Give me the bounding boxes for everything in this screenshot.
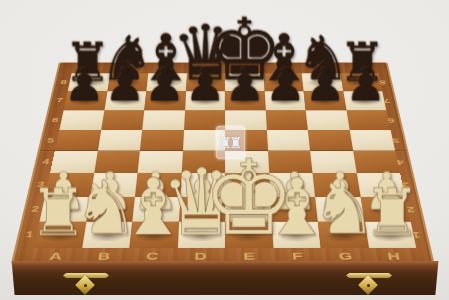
square-e7[interactable]: ♟ <box>225 91 265 110</box>
black-pawn[interactable]: ♟ <box>185 61 226 106</box>
black-pawn[interactable]: ♟ <box>305 61 346 106</box>
square-h7[interactable]: ♟ <box>343 91 386 110</box>
square-a7[interactable]: ♟ <box>64 91 107 110</box>
square-f6[interactable] <box>265 110 308 130</box>
black-pawn[interactable]: ♟ <box>345 61 386 106</box>
square-e1[interactable]: ♚ <box>225 222 273 248</box>
board-grid: ♜♞♝♛♚♝♞♜♟♟♟♟♟♟♟♟♟♟♟♟♟♟♟♟♜♞♝♛♚♝♞♜ <box>34 73 416 248</box>
square-c6[interactable] <box>142 110 184 130</box>
watermark-pieces-icon: ♜♜ <box>219 134 243 152</box>
board-frame: ♜♞♝♛♚♝♞♜♟♟♟♟♟♟♟♟♟♟♟♟♟♟♟♟♜♞♝♛♚♝♞♜ 8765432… <box>11 62 434 263</box>
rank-label-right-6: 6 <box>382 110 401 130</box>
file-label-h: H <box>369 249 420 263</box>
photo-scene: ♜♞♝♛♚♝♞♜♟♟♟♟♟♟♟♟♟♟♟♟♟♟♟♟♜♞♝♛♚♝♞♜ 8765432… <box>0 0 449 300</box>
file-label-e: E <box>225 249 274 263</box>
square-a6[interactable] <box>59 110 104 130</box>
watermark-logo: ♜♜ <box>216 126 245 159</box>
file-label-b: B <box>79 249 129 263</box>
black-pawn[interactable]: ♟ <box>225 61 266 106</box>
file-label-f: F <box>273 249 322 263</box>
square-g5[interactable] <box>308 130 353 151</box>
square-g6[interactable] <box>306 110 350 130</box>
box-front-side <box>9 261 441 295</box>
white-king[interactable]: ♚ <box>203 147 296 251</box>
black-pawn[interactable]: ♟ <box>265 61 306 106</box>
black-pawn[interactable]: ♟ <box>64 61 105 106</box>
latch-hole-icon <box>367 284 370 287</box>
square-f7[interactable]: ♟ <box>264 91 305 110</box>
square-g7[interactable]: ♟ <box>304 91 346 110</box>
brass-latch-right <box>346 273 392 295</box>
brass-latch-left <box>63 273 109 295</box>
square-b7[interactable]: ♟ <box>104 91 146 110</box>
square-b5[interactable] <box>97 130 142 151</box>
square-d7[interactable]: ♟ <box>185 91 225 110</box>
latch-hole-icon <box>84 284 87 287</box>
chess-board: ♜♞♝♛♚♝♞♜♟♟♟♟♟♟♟♟♟♟♟♟♟♟♟♟♜♞♝♛♚♝♞♜ 8765432… <box>11 62 434 263</box>
file-label-c: C <box>128 249 177 263</box>
square-c7[interactable]: ♟ <box>144 91 185 110</box>
black-pawn[interactable]: ♟ <box>104 61 145 106</box>
square-a5[interactable] <box>55 130 101 151</box>
black-pawn[interactable]: ♟ <box>144 61 185 106</box>
file-label-a: A <box>31 249 82 263</box>
file-label-d: D <box>176 249 225 263</box>
square-b6[interactable] <box>101 110 145 130</box>
file-label-g: G <box>321 249 371 263</box>
